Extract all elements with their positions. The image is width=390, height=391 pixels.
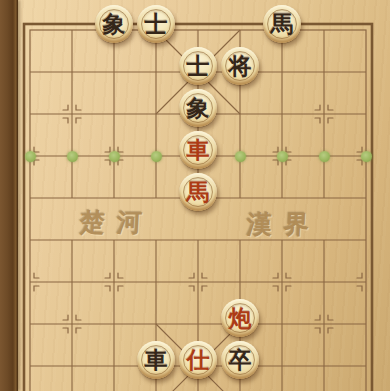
piece-glyph: 車 (137, 341, 175, 379)
piece-glyph: 士 (137, 5, 175, 43)
piece-red-cannon[interactable]: 炮 (221, 299, 259, 337)
piece-black-chariot[interactable]: 車 (137, 341, 175, 379)
piece-glyph: 馬 (263, 5, 301, 43)
move-hint-dot[interactable] (151, 151, 162, 162)
move-hint-dot[interactable] (25, 151, 36, 162)
piece-glyph: 将 (221, 47, 259, 85)
move-hint-dot[interactable] (361, 151, 372, 162)
move-hint-dot[interactable] (235, 151, 246, 162)
piece-black-general[interactable]: 将 (221, 47, 259, 85)
piece-black-advisor[interactable]: 士 (137, 5, 175, 43)
piece-glyph: 仕 (179, 341, 217, 379)
piece-red-horse[interactable]: 馬 (179, 173, 217, 211)
piece-black-elephant[interactable]: 象 (95, 5, 133, 43)
piece-glyph: 卒 (221, 341, 259, 379)
river-label-right: 漢界 (246, 207, 322, 241)
move-hint-dot[interactable] (319, 151, 330, 162)
river-label-left: 楚河 (79, 205, 155, 239)
piece-glyph: 象 (179, 89, 217, 127)
piece-glyph: 炮 (221, 299, 259, 337)
board-side-edge (0, 0, 18, 391)
xiangqi-app: 楚河 漢界 象士馬士将象車馬炮車仕卒 (0, 0, 390, 391)
piece-black-soldier[interactable]: 卒 (221, 341, 259, 379)
piece-red-advisor[interactable]: 仕 (179, 341, 217, 379)
piece-glyph: 士 (179, 47, 217, 85)
piece-glyph: 車 (179, 131, 217, 169)
piece-glyph: 象 (95, 5, 133, 43)
piece-black-advisor[interactable]: 士 (179, 47, 217, 85)
piece-red-chariot[interactable]: 車 (179, 131, 217, 169)
move-hint-dot[interactable] (277, 151, 288, 162)
piece-black-horse[interactable]: 馬 (263, 5, 301, 43)
piece-glyph: 馬 (179, 173, 217, 211)
move-hint-dot[interactable] (109, 151, 120, 162)
piece-black-elephant[interactable]: 象 (179, 89, 217, 127)
move-hint-dot[interactable] (67, 151, 78, 162)
